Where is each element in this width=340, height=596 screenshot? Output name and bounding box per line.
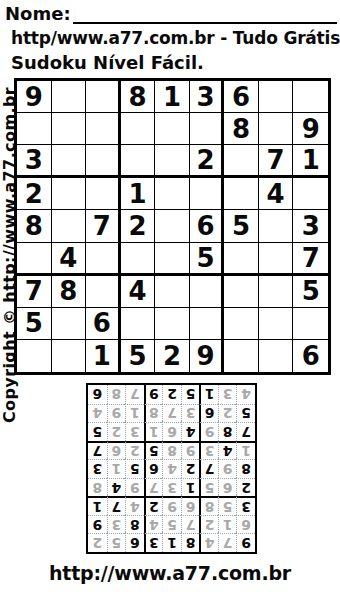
cell-r6c5[interactable] bbox=[155, 243, 190, 276]
solution-cell-r2c4: 7 bbox=[181, 515, 200, 534]
cell-r6c3[interactable] bbox=[86, 243, 121, 276]
cell-r6c8[interactable] bbox=[259, 243, 294, 276]
cell-r5c6: 6 bbox=[190, 210, 225, 242]
solution-cell-r4c3: 5 bbox=[199, 478, 218, 497]
cell-r5c4: 2 bbox=[121, 210, 156, 242]
cell-r8c5[interactable] bbox=[155, 308, 190, 340]
solution-cell-r6c1: 1 bbox=[236, 441, 255, 460]
solution-cell-r4c4: 1 bbox=[181, 478, 200, 497]
solution-cell-r3c1: 3 bbox=[236, 496, 255, 515]
cell-r7c8[interactable] bbox=[259, 276, 294, 308]
cell-r1c7: 6 bbox=[224, 81, 259, 113]
cell-r7c7[interactable] bbox=[224, 276, 259, 308]
solution-cell-r5c7: 5 bbox=[125, 459, 144, 478]
solution-cell-r7c8: 2 bbox=[107, 422, 126, 441]
footer-url: http://www.a77.com.br bbox=[0, 562, 340, 584]
cell-r3c3[interactable] bbox=[86, 145, 121, 178]
solution-cell-r5c9: 3 bbox=[88, 459, 107, 478]
solution-cell-r3c7: 4 bbox=[125, 496, 144, 515]
site-header: http/www.a77.com.br - Tudo Grátis. bbox=[11, 28, 338, 49]
cell-r3c9: 1 bbox=[293, 145, 328, 178]
cell-r4c7[interactable] bbox=[224, 178, 259, 210]
cell-r5c9: 3 bbox=[293, 210, 328, 242]
solution-cell-r2c6: 4 bbox=[144, 515, 163, 534]
solution-cell-r7c5: 6 bbox=[162, 422, 181, 441]
cell-r7c3[interactable] bbox=[86, 276, 121, 308]
cell-r3c6: 2 bbox=[190, 145, 225, 178]
cell-r9c9: 6 bbox=[293, 340, 328, 372]
cell-r6c2: 4 bbox=[52, 243, 87, 276]
cell-r1c8[interactable] bbox=[259, 81, 294, 113]
cell-r7c9: 5 bbox=[293, 276, 328, 308]
solution-cell-r3c9: 1 bbox=[88, 496, 107, 515]
worksheet-page: Nome: http/www.a77.com.br - Tudo Grátis.… bbox=[0, 0, 340, 596]
solution-cell-r1c3: 4 bbox=[199, 533, 218, 552]
solution-cell-r9c9: 6 bbox=[88, 385, 107, 404]
solution-cell-r2c5: 5 bbox=[162, 515, 181, 534]
solution-cell-r9c6: 9 bbox=[144, 385, 163, 404]
solution-cell-r5c1: 8 bbox=[236, 459, 255, 478]
solution-cell-r8c8: 9 bbox=[107, 404, 126, 423]
cell-r4c9[interactable] bbox=[293, 178, 328, 210]
cell-r8c4[interactable] bbox=[121, 308, 156, 340]
cell-r2c2[interactable] bbox=[52, 113, 87, 145]
solution-cell-r8c3: 6 bbox=[199, 404, 218, 423]
cell-r8c1: 5 bbox=[17, 308, 52, 340]
solution-cell-r4c6: 7 bbox=[144, 478, 163, 497]
cell-r8c9[interactable] bbox=[293, 308, 328, 340]
solution-cell-r6c3: 3 bbox=[199, 441, 218, 460]
solution-cell-r8c5: 7 bbox=[162, 404, 181, 423]
cell-r4c3[interactable] bbox=[86, 178, 121, 210]
cell-r6c4[interactable] bbox=[121, 243, 156, 276]
solution-cell-r7c2: 8 bbox=[218, 422, 237, 441]
cell-r8c3: 6 bbox=[86, 308, 121, 340]
cell-r6c9: 7 bbox=[293, 243, 328, 276]
solution-cell-r3c3: 8 bbox=[199, 496, 218, 515]
cell-r9c5: 2 bbox=[155, 340, 190, 372]
solution-cell-r4c8: 4 bbox=[107, 478, 126, 497]
solution-cell-r2c9: 9 bbox=[88, 515, 107, 534]
cell-r3c2[interactable] bbox=[52, 145, 87, 178]
solution-cell-r4c1: 2 bbox=[236, 478, 255, 497]
solution-cell-r8c9: 4 bbox=[88, 404, 107, 423]
solution-cell-r5c5: 4 bbox=[162, 459, 181, 478]
solution-cell-r7c6: 1 bbox=[144, 422, 163, 441]
solution-cell-r1c4: 8 bbox=[181, 533, 200, 552]
cell-r3c4[interactable] bbox=[121, 145, 156, 178]
solution-cell-r9c3: 1 bbox=[199, 385, 218, 404]
solution-cell-r9c2: 3 bbox=[218, 385, 237, 404]
cell-r8c6[interactable] bbox=[190, 308, 225, 340]
solution-cell-r3c8: 7 bbox=[107, 496, 126, 515]
cell-r9c4: 5 bbox=[121, 340, 156, 372]
solution-cell-r6c5: 8 bbox=[162, 441, 181, 460]
cell-r3c1: 3 bbox=[17, 145, 52, 178]
solution-cell-r3c4: 6 bbox=[181, 496, 200, 515]
solution-cell-r6c9: 7 bbox=[88, 441, 107, 460]
cell-r1c5: 1 bbox=[155, 81, 190, 113]
solution-cell-r6c4: 9 bbox=[181, 441, 200, 460]
solution-cell-r6c8: 6 bbox=[107, 441, 126, 460]
solution-cell-r8c1: 5 bbox=[236, 404, 255, 423]
solution-cell-r9c5: 2 bbox=[162, 385, 181, 404]
solution-cell-r9c4: 5 bbox=[181, 385, 200, 404]
cell-r6c1[interactable] bbox=[17, 243, 52, 276]
solution-cell-r7c9: 5 bbox=[88, 422, 107, 441]
cell-r1c2[interactable] bbox=[52, 81, 87, 113]
name-label: Nome: bbox=[5, 4, 71, 24]
solution-cell-r8c7: 1 bbox=[125, 404, 144, 423]
cell-r2c7: 8 bbox=[224, 113, 259, 145]
puzzle-grid: 9813689327121487265345778455615296 bbox=[14, 78, 331, 375]
solution-cell-r6c7: 2 bbox=[125, 441, 144, 460]
solution-cell-r2c1: 6 bbox=[236, 515, 255, 534]
solution-cell-r1c6: 3 bbox=[144, 533, 163, 552]
solution-cell-r8c2: 2 bbox=[218, 404, 237, 423]
cell-r4c5[interactable] bbox=[155, 178, 190, 210]
cell-r5c5[interactable] bbox=[155, 210, 190, 242]
solution-cell-r2c7: 8 bbox=[125, 515, 144, 534]
cell-r5c8[interactable] bbox=[259, 210, 294, 242]
solution-cell-r5c8: 1 bbox=[107, 459, 126, 478]
solution-cell-r8c6: 8 bbox=[144, 404, 163, 423]
solution-cell-r4c7: 9 bbox=[125, 478, 144, 497]
cell-r1c1: 9 bbox=[17, 81, 52, 113]
cell-r2c5[interactable] bbox=[155, 113, 190, 145]
cell-r1c6: 3 bbox=[190, 81, 225, 113]
solution-cell-r9c1: 4 bbox=[236, 385, 255, 404]
cell-r2c8[interactable] bbox=[259, 113, 294, 145]
solution-cell-r1c1: 9 bbox=[236, 533, 255, 552]
solution-grid: 9748136526127548393586924712651379488972… bbox=[86, 383, 257, 554]
cell-r3c5[interactable] bbox=[155, 145, 190, 178]
solution-cell-r1c2: 7 bbox=[218, 533, 237, 552]
cell-r2c1[interactable] bbox=[17, 113, 52, 145]
cell-r2c6[interactable] bbox=[190, 113, 225, 145]
cell-r9c1[interactable] bbox=[17, 340, 52, 372]
name-blank-line bbox=[73, 3, 337, 24]
cell-r4c8: 4 bbox=[259, 178, 294, 210]
cell-r4c4: 1 bbox=[121, 178, 156, 210]
cell-r5c2[interactable] bbox=[52, 210, 87, 242]
cell-r9c8[interactable] bbox=[259, 340, 294, 372]
solution-cell-r7c4: 4 bbox=[181, 422, 200, 441]
page-title: Sudoku Nível Fácil. bbox=[11, 52, 340, 73]
solution-cell-r3c6: 2 bbox=[144, 496, 163, 515]
cell-r9c2[interactable] bbox=[52, 340, 87, 372]
cell-r9c6: 9 bbox=[190, 340, 225, 372]
cell-r4c1: 2 bbox=[17, 178, 52, 210]
cell-r1c4: 8 bbox=[121, 81, 156, 113]
solution-cell-r4c9: 8 bbox=[88, 478, 107, 497]
solution-cell-r4c5: 3 bbox=[162, 478, 181, 497]
solution-cell-r5c4: 2 bbox=[181, 459, 200, 478]
solution-cell-r3c2: 5 bbox=[218, 496, 237, 515]
cell-r9c7[interactable] bbox=[224, 340, 259, 372]
solution-cell-r1c8: 5 bbox=[107, 533, 126, 552]
cell-r3c7[interactable] bbox=[224, 145, 259, 178]
solution-cell-r1c5: 1 bbox=[162, 533, 181, 552]
cell-r2c3[interactable] bbox=[86, 113, 121, 145]
cell-r6c7[interactable] bbox=[224, 243, 259, 276]
solution-cell-r8c4: 3 bbox=[181, 404, 200, 423]
solution-cell-r5c3: 7 bbox=[199, 459, 218, 478]
name-row: Nome: bbox=[0, 0, 340, 24]
cell-r5c3: 7 bbox=[86, 210, 121, 242]
cell-r4c6[interactable] bbox=[190, 178, 225, 210]
solution-cell-r2c2: 1 bbox=[218, 515, 237, 534]
solution-cell-r6c2: 4 bbox=[218, 441, 237, 460]
solution-cell-r9c7: 7 bbox=[125, 385, 144, 404]
cell-r9c3: 1 bbox=[86, 340, 121, 372]
solution-cell-r1c9: 2 bbox=[88, 533, 107, 552]
cell-r7c5[interactable] bbox=[155, 276, 190, 308]
solution-cell-r6c6: 5 bbox=[144, 441, 163, 460]
cell-r4c2[interactable] bbox=[52, 178, 87, 210]
cell-r1c9[interactable] bbox=[293, 81, 328, 113]
solution-cell-r9c8: 8 bbox=[107, 385, 126, 404]
solution-cell-r7c7: 3 bbox=[125, 422, 144, 441]
cell-r7c6[interactable] bbox=[190, 276, 225, 308]
solution-cell-r4c2: 6 bbox=[218, 478, 237, 497]
cell-r1c3[interactable] bbox=[86, 81, 121, 113]
solution-cell-r1c7: 6 bbox=[125, 533, 144, 552]
solution-cell-r2c8: 3 bbox=[107, 515, 126, 534]
cell-r5c7: 5 bbox=[224, 210, 259, 242]
solution-cell-r7c1: 7 bbox=[236, 422, 255, 441]
cell-r2c4[interactable] bbox=[121, 113, 156, 145]
solution-cell-r3c5: 9 bbox=[162, 496, 181, 515]
solution-cell-r5c6: 6 bbox=[144, 459, 163, 478]
cell-r6c6: 5 bbox=[190, 243, 225, 276]
solution-cell-r2c3: 2 bbox=[199, 515, 218, 534]
cell-r2c9: 9 bbox=[293, 113, 328, 145]
solution-cell-r5c2: 9 bbox=[218, 459, 237, 478]
cell-r7c4: 4 bbox=[121, 276, 156, 308]
cell-r8c7[interactable] bbox=[224, 308, 259, 340]
cell-r8c8[interactable] bbox=[259, 308, 294, 340]
cell-r7c2: 8 bbox=[52, 276, 87, 308]
cell-r5c1: 8 bbox=[17, 210, 52, 242]
cell-r7c1: 7 bbox=[17, 276, 52, 308]
cell-r3c8: 7 bbox=[259, 145, 294, 178]
cell-r8c2[interactable] bbox=[52, 308, 87, 340]
solution-cell-r7c3: 9 bbox=[199, 422, 218, 441]
